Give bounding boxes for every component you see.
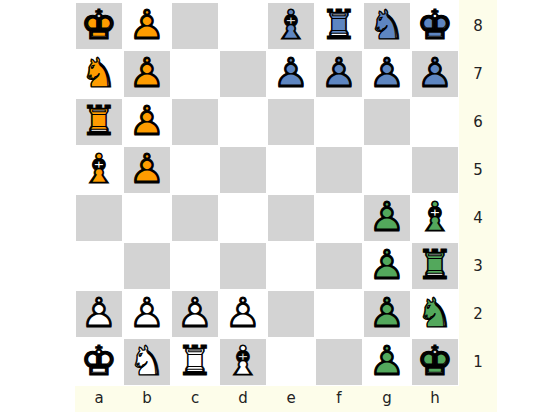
white-knight[interactable]: ♞♘	[123, 338, 171, 386]
piece-outline-glyph: ♘	[75, 50, 123, 98]
square-b5[interactable]: ♟♙	[123, 146, 171, 194]
board: ♚♔♟♙♝♗♜♖♞♘♚♔♞♘♟♙♟♙♟♙♟♙♟♙♜♖♟♙♝♗♟♙♟♙♝♗♟♙♜♖…	[75, 2, 459, 386]
square-f4[interactable]	[315, 194, 363, 242]
piece-outline-glyph: ♙	[123, 50, 171, 98]
square-f3[interactable]	[315, 242, 363, 290]
piece-outline-glyph: ♙	[123, 2, 171, 50]
blue-rook[interactable]: ♜♖	[315, 2, 363, 50]
square-g7[interactable]: ♟♙	[363, 50, 411, 98]
file-label-d: d	[219, 386, 267, 412]
square-c2[interactable]: ♟♙	[171, 290, 219, 338]
file-label-h: h	[411, 386, 459, 412]
piece-outline-glyph: ♙	[363, 242, 411, 290]
piece-outline-glyph: ♙	[123, 98, 171, 146]
orange-pawn[interactable]: ♟♙	[123, 2, 171, 50]
square-f2[interactable]	[315, 290, 363, 338]
rank-label-7: 7	[459, 50, 497, 98]
square-h2[interactable]: ♞♘	[411, 290, 459, 338]
white-pawn[interactable]: ♟♙	[219, 290, 267, 338]
square-a5[interactable]: ♝♗	[75, 146, 123, 194]
square-f6[interactable]	[315, 98, 363, 146]
square-d5[interactable]	[219, 146, 267, 194]
square-c4[interactable]	[171, 194, 219, 242]
square-h1[interactable]: ♚♔	[411, 338, 459, 386]
square-d2[interactable]: ♟♙	[219, 290, 267, 338]
square-d4[interactable]	[219, 194, 267, 242]
rank-label-5: 5	[459, 146, 497, 194]
square-c5[interactable]	[171, 146, 219, 194]
blue-king[interactable]: ♚♔	[411, 2, 459, 50]
square-e4[interactable]	[267, 194, 315, 242]
blue-bishop[interactable]: ♝♗	[267, 2, 315, 50]
piece-outline-glyph: ♙	[363, 194, 411, 242]
square-f8[interactable]: ♜♖	[315, 2, 363, 50]
green-bishop[interactable]: ♝♗	[411, 194, 459, 242]
file-label-b: b	[123, 386, 171, 412]
square-a6[interactable]: ♜♖	[75, 98, 123, 146]
piece-outline-glyph: ♔	[411, 2, 459, 50]
rank-label-4: 4	[459, 194, 497, 242]
square-h6[interactable]	[411, 98, 459, 146]
green-pawn[interactable]: ♟♙	[363, 290, 411, 338]
square-a2[interactable]: ♟♙	[75, 290, 123, 338]
green-knight[interactable]: ♞♘	[411, 290, 459, 338]
square-h3[interactable]: ♜♖	[411, 242, 459, 290]
square-b6[interactable]: ♟♙	[123, 98, 171, 146]
rank-label-2: 2	[459, 290, 497, 338]
piece-outline-glyph: ♙	[363, 338, 411, 386]
square-b7[interactable]: ♟♙	[123, 50, 171, 98]
white-king[interactable]: ♚♔	[75, 338, 123, 386]
orange-knight[interactable]: ♞♘	[75, 50, 123, 98]
square-g1[interactable]: ♟♙	[363, 338, 411, 386]
piece-outline-glyph: ♔	[75, 2, 123, 50]
square-c7[interactable]	[171, 50, 219, 98]
board-area: 87654321 ♚♔♟♙♝♗♜♖♞♘♚♔♞♘♟♙♟♙♟♙♟♙♟♙♜♖♟♙♝♗♟…	[0, 0, 550, 412]
square-g2[interactable]: ♟♙	[363, 290, 411, 338]
square-b4[interactable]	[123, 194, 171, 242]
piece-outline-glyph: ♗	[75, 146, 123, 194]
rank-label-1: 1	[459, 338, 497, 386]
square-c3[interactable]	[171, 242, 219, 290]
rank-label-3: 3	[459, 242, 497, 290]
piece-outline-glyph: ♘	[123, 338, 171, 386]
white-rook[interactable]: ♜♖	[171, 338, 219, 386]
piece-outline-glyph: ♔	[411, 338, 459, 386]
square-a3[interactable]	[75, 242, 123, 290]
piece-outline-glyph: ♘	[411, 290, 459, 338]
piece-outline-glyph: ♙	[171, 290, 219, 338]
square-h4[interactable]: ♝♗	[411, 194, 459, 242]
square-d6[interactable]	[219, 98, 267, 146]
green-king[interactable]: ♚♔	[411, 338, 459, 386]
piece-outline-glyph: ♙	[363, 50, 411, 98]
blue-knight[interactable]: ♞♘	[363, 2, 411, 50]
orange-pawn[interactable]: ♟♙	[123, 98, 171, 146]
orange-bishop[interactable]: ♝♗	[75, 146, 123, 194]
piece-outline-glyph: ♖	[171, 338, 219, 386]
piece-outline-glyph: ♙	[123, 146, 171, 194]
piece-outline-glyph: ♗	[219, 338, 267, 386]
square-g5[interactable]	[363, 146, 411, 194]
piece-outline-glyph: ♙	[219, 290, 267, 338]
square-e2[interactable]	[267, 290, 315, 338]
square-g6[interactable]	[363, 98, 411, 146]
green-pawn[interactable]: ♟♙	[363, 242, 411, 290]
square-c1[interactable]: ♜♖	[171, 338, 219, 386]
file-label-e: e	[267, 386, 315, 412]
square-c6[interactable]	[171, 98, 219, 146]
file-labels: abcdefgh	[75, 386, 459, 412]
square-b2[interactable]: ♟♙	[123, 290, 171, 338]
square-a4[interactable]	[75, 194, 123, 242]
orange-pawn[interactable]: ♟♙	[123, 146, 171, 194]
orange-king[interactable]: ♚♔	[75, 2, 123, 50]
piece-outline-glyph: ♙	[75, 290, 123, 338]
square-f5[interactable]	[315, 146, 363, 194]
square-g4[interactable]: ♟♙	[363, 194, 411, 242]
piece-outline-glyph: ♙	[315, 50, 363, 98]
piece-outline-glyph: ♖	[75, 98, 123, 146]
file-label-g: g	[363, 386, 411, 412]
green-pawn[interactable]: ♟♙	[363, 194, 411, 242]
square-b8[interactable]: ♟♙	[123, 2, 171, 50]
rank-labels: 87654321	[459, 0, 497, 412]
square-g3[interactable]: ♟♙	[363, 242, 411, 290]
square-h7[interactable]: ♟♙	[411, 50, 459, 98]
rank-label-8: 8	[459, 2, 497, 50]
orange-pawn[interactable]: ♟♙	[123, 50, 171, 98]
white-pawn[interactable]: ♟♙	[123, 290, 171, 338]
piece-outline-glyph: ♙	[363, 290, 411, 338]
piece-outline-glyph: ♗	[267, 2, 315, 50]
square-f7[interactable]: ♟♙	[315, 50, 363, 98]
piece-outline-glyph: ♙	[267, 50, 315, 98]
file-label-c: c	[171, 386, 219, 412]
rank-label-6: 6	[459, 98, 497, 146]
square-b1[interactable]: ♞♘	[123, 338, 171, 386]
piece-outline-glyph: ♔	[75, 338, 123, 386]
green-rook[interactable]: ♜♖	[411, 242, 459, 290]
white-pawn[interactable]: ♟♙	[171, 290, 219, 338]
square-e5[interactable]	[267, 146, 315, 194]
square-a8[interactable]: ♚♔	[75, 2, 123, 50]
square-e8[interactable]: ♝♗	[267, 2, 315, 50]
piece-outline-glyph: ♘	[363, 2, 411, 50]
blue-pawn[interactable]: ♟♙	[315, 50, 363, 98]
blue-pawn[interactable]: ♟♙	[267, 50, 315, 98]
white-pawn[interactable]: ♟♙	[75, 290, 123, 338]
piece-outline-glyph: ♖	[411, 242, 459, 290]
file-label-a: a	[75, 386, 123, 412]
blue-pawn[interactable]: ♟♙	[363, 50, 411, 98]
square-c8[interactable]	[171, 2, 219, 50]
square-e7[interactable]: ♟♙	[267, 50, 315, 98]
square-a1[interactable]: ♚♔	[75, 338, 123, 386]
white-bishop[interactable]: ♝♗	[219, 338, 267, 386]
square-g8[interactable]: ♞♘	[363, 2, 411, 50]
square-e3[interactable]	[267, 242, 315, 290]
file-label-f: f	[315, 386, 363, 412]
square-f1[interactable]	[315, 338, 363, 386]
green-pawn[interactable]: ♟♙	[363, 338, 411, 386]
square-h8[interactable]: ♚♔	[411, 2, 459, 50]
square-b3[interactable]	[123, 242, 171, 290]
piece-outline-glyph: ♗	[411, 194, 459, 242]
square-d1[interactable]: ♝♗	[219, 338, 267, 386]
blue-pawn[interactable]: ♟♙	[411, 50, 459, 98]
square-a7[interactable]: ♞♘	[75, 50, 123, 98]
piece-outline-glyph: ♙	[411, 50, 459, 98]
piece-outline-glyph: ♖	[315, 2, 363, 50]
piece-outline-glyph: ♙	[123, 290, 171, 338]
square-d7[interactable]	[219, 50, 267, 98]
square-d8[interactable]	[219, 2, 267, 50]
square-h5[interactable]	[411, 146, 459, 194]
square-e6[interactable]	[267, 98, 315, 146]
square-e1[interactable]	[267, 338, 315, 386]
square-d3[interactable]	[219, 242, 267, 290]
orange-rook[interactable]: ♜♖	[75, 98, 123, 146]
